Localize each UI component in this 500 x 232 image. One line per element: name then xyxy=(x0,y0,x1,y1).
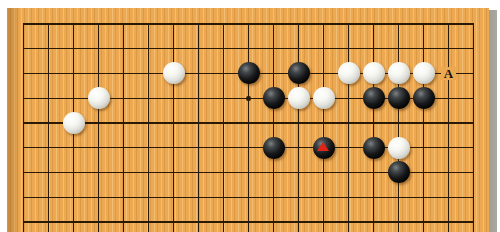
white-stone[interactable] xyxy=(88,87,110,109)
white-stone[interactable] xyxy=(163,62,185,84)
white-stone[interactable] xyxy=(313,87,335,109)
white-stone[interactable] xyxy=(63,112,85,134)
white-stone[interactable] xyxy=(388,137,410,159)
white-stone[interactable] xyxy=(338,62,360,84)
labeled-intersection[interactable]: A xyxy=(436,61,461,86)
board-intersections[interactable]: A xyxy=(11,12,486,232)
black-stone[interactable] xyxy=(363,87,385,109)
intersection[interactable] xyxy=(261,135,286,160)
intersection[interactable] xyxy=(361,135,386,160)
intersection[interactable] xyxy=(361,86,386,111)
last-move-triangle-marker xyxy=(317,142,329,151)
intersection[interactable] xyxy=(336,61,361,86)
black-stone[interactable] xyxy=(363,137,385,159)
intersection[interactable] xyxy=(386,86,411,111)
star-point xyxy=(246,96,251,101)
intersection[interactable] xyxy=(311,135,336,160)
intersection[interactable] xyxy=(411,86,436,111)
black-stone[interactable] xyxy=(263,87,285,109)
intersection[interactable] xyxy=(161,61,186,86)
white-stone[interactable] xyxy=(363,62,385,84)
white-stone[interactable] xyxy=(413,62,435,84)
white-stone[interactable] xyxy=(388,62,410,84)
point-label-A[interactable]: A xyxy=(441,67,456,80)
intersection[interactable] xyxy=(236,61,261,86)
white-stone[interactable] xyxy=(288,87,310,109)
black-stone[interactable] xyxy=(288,62,310,84)
intersection[interactable] xyxy=(311,86,336,111)
intersection[interactable] xyxy=(386,135,411,160)
intersection[interactable] xyxy=(61,111,86,136)
intersection[interactable] xyxy=(261,86,286,111)
black-stone[interactable] xyxy=(238,62,260,84)
star-point-cell xyxy=(236,86,261,111)
intersection[interactable] xyxy=(386,61,411,86)
intersection[interactable] xyxy=(86,86,111,111)
go-board-diagram: A xyxy=(0,0,500,232)
black-stone[interactable] xyxy=(263,137,285,159)
black-stone[interactable] xyxy=(388,161,410,183)
black-stone[interactable] xyxy=(313,137,335,159)
intersection[interactable] xyxy=(286,86,311,111)
intersection[interactable] xyxy=(361,61,386,86)
black-stone[interactable] xyxy=(388,87,410,109)
intersection[interactable] xyxy=(286,61,311,86)
intersection[interactable] xyxy=(411,61,436,86)
intersection[interactable] xyxy=(386,160,411,185)
black-stone[interactable] xyxy=(413,87,435,109)
